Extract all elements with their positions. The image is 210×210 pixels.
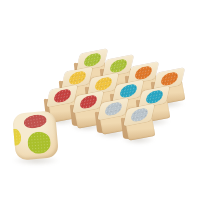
color-dot	[129, 107, 149, 124]
memory-cube-gray-r2c3[interactable]	[121, 103, 157, 147]
die-left-dot-yellow	[12, 128, 22, 146]
die-front-dot-green	[27, 131, 52, 155]
die-body	[12, 110, 59, 161]
die-top-dot-red	[23, 113, 48, 130]
memory-game-scene	[0, 0, 210, 210]
color-die[interactable]	[12, 109, 64, 167]
